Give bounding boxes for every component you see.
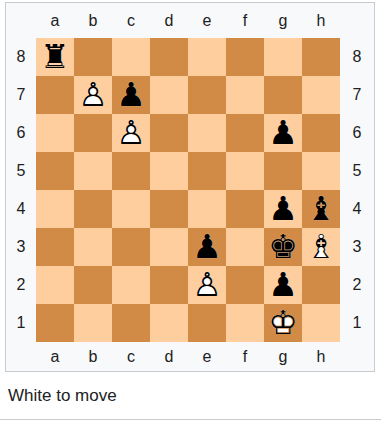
square-d2 <box>150 266 188 304</box>
square-c4 <box>112 190 150 228</box>
rank-label-8: 8 <box>6 38 36 76</box>
square-h3: ♝♗ <box>302 228 340 266</box>
corner-bottom-left <box>6 342 36 371</box>
square-h2 <box>302 266 340 304</box>
rank-label-1: 1 <box>6 304 36 342</box>
square-e6 <box>188 114 226 152</box>
square-a3 <box>36 228 74 266</box>
rank-label-6: 6 <box>6 114 36 152</box>
square-h1 <box>302 304 340 342</box>
square-e8 <box>188 38 226 76</box>
square-e5 <box>188 152 226 190</box>
bottom-divider <box>0 419 381 420</box>
square-b7: ♟♙ <box>74 76 112 114</box>
page: abcdefgh 87654321 ♜♟♙♟♟♙♟♟♝♟♚♝♗♟♙♟♚♔ 876… <box>0 0 381 424</box>
black-pawn-g4: ♟ <box>264 190 302 228</box>
square-g8 <box>264 38 302 76</box>
file-labels-bottom: abcdefgh <box>36 342 340 371</box>
square-g4: ♟ <box>264 190 302 228</box>
white-bishop-h3: ♝♗ <box>302 228 340 266</box>
square-a7 <box>36 76 74 114</box>
square-f2 <box>226 266 264 304</box>
file-label-f: f <box>226 3 264 38</box>
square-c1 <box>112 304 150 342</box>
black-pawn-e3: ♟ <box>188 228 226 266</box>
square-g5 <box>264 152 302 190</box>
square-d5 <box>150 152 188 190</box>
file-label-a: a <box>36 3 74 38</box>
square-d4 <box>150 190 188 228</box>
piece-glyph: ♙ <box>188 266 226 304</box>
file-labels-top: abcdefgh <box>36 3 340 38</box>
black-pawn-c7: ♟ <box>112 76 150 114</box>
square-a2 <box>36 266 74 304</box>
square-b2 <box>74 266 112 304</box>
square-e7 <box>188 76 226 114</box>
square-g3: ♚ <box>264 228 302 266</box>
square-c6: ♟♙ <box>112 114 150 152</box>
file-label-e: e <box>188 3 226 38</box>
square-b1 <box>74 304 112 342</box>
square-b5 <box>74 152 112 190</box>
piece-glyph: ♟ <box>188 228 226 266</box>
piece-glyph: ♟ <box>264 190 302 228</box>
black-rook-a8: ♜ <box>36 38 74 76</box>
square-e2: ♟♙ <box>188 266 226 304</box>
square-c5 <box>112 152 150 190</box>
square-c7: ♟ <box>112 76 150 114</box>
rank-labels-right: 87654321 <box>340 38 374 342</box>
square-c2 <box>112 266 150 304</box>
file-label-b: b <box>74 342 112 371</box>
file-label-a: a <box>36 342 74 371</box>
square-d6 <box>150 114 188 152</box>
square-d3 <box>150 228 188 266</box>
square-f3 <box>226 228 264 266</box>
black-king-g3: ♚ <box>264 228 302 266</box>
piece-glyph: ♟ <box>264 266 302 304</box>
piece-glyph: ♗ <box>302 228 340 266</box>
white-pawn-b7: ♟♙ <box>74 76 112 114</box>
corner-top-right <box>340 3 374 38</box>
white-pawn-c6: ♟♙ <box>112 114 150 152</box>
file-label-h: h <box>302 342 340 371</box>
square-a1 <box>36 304 74 342</box>
file-label-f: f <box>226 342 264 371</box>
square-d7 <box>150 76 188 114</box>
square-a5 <box>36 152 74 190</box>
black-pawn-g6: ♟ <box>264 114 302 152</box>
square-f8 <box>226 38 264 76</box>
file-label-b: b <box>74 3 112 38</box>
square-d8 <box>150 38 188 76</box>
square-a4 <box>36 190 74 228</box>
square-d1 <box>150 304 188 342</box>
file-label-c: c <box>112 342 150 371</box>
piece-glyph: ♜ <box>36 38 74 76</box>
square-b4 <box>74 190 112 228</box>
rank-label-4: 4 <box>340 190 374 228</box>
square-e4 <box>188 190 226 228</box>
square-f6 <box>226 114 264 152</box>
rank-label-4: 4 <box>6 190 36 228</box>
rank-label-7: 7 <box>340 76 374 114</box>
square-e1 <box>188 304 226 342</box>
rank-label-8: 8 <box>340 38 374 76</box>
square-f5 <box>226 152 264 190</box>
corner-top-left <box>6 3 36 38</box>
rank-label-1: 1 <box>340 304 374 342</box>
rank-label-6: 6 <box>340 114 374 152</box>
piece-glyph: ♙ <box>74 76 112 114</box>
square-h7 <box>302 76 340 114</box>
rank-label-7: 7 <box>6 76 36 114</box>
rank-label-2: 2 <box>340 266 374 304</box>
square-h6 <box>302 114 340 152</box>
file-label-e: e <box>188 342 226 371</box>
white-king-g1: ♚♔ <box>264 304 302 342</box>
rank-label-3: 3 <box>6 228 36 266</box>
rank-label-2: 2 <box>6 266 36 304</box>
file-label-d: d <box>150 3 188 38</box>
square-b6 <box>74 114 112 152</box>
piece-glyph: ♟ <box>264 114 302 152</box>
chess-diagram: abcdefgh 87654321 ♜♟♙♟♟♙♟♟♝♟♚♝♗♟♙♟♚♔ 876… <box>5 2 375 372</box>
square-f1 <box>226 304 264 342</box>
square-h4: ♝ <box>302 190 340 228</box>
square-c8 <box>112 38 150 76</box>
square-e3: ♟ <box>188 228 226 266</box>
caption: White to move <box>8 386 117 405</box>
square-g6: ♟ <box>264 114 302 152</box>
file-label-d: d <box>150 342 188 371</box>
square-g2: ♟ <box>264 266 302 304</box>
file-label-h: h <box>302 3 340 38</box>
rank-label-5: 5 <box>6 152 36 190</box>
file-label-c: c <box>112 3 150 38</box>
piece-glyph: ♙ <box>112 114 150 152</box>
square-f4 <box>226 190 264 228</box>
black-bishop-h4: ♝ <box>302 190 340 228</box>
piece-glyph: ♚ <box>264 228 302 266</box>
piece-glyph: ♟ <box>112 76 150 114</box>
corner-bottom-right <box>340 342 374 371</box>
square-b3 <box>74 228 112 266</box>
square-f7 <box>226 76 264 114</box>
square-b8 <box>74 38 112 76</box>
chess-board: ♜♟♙♟♟♙♟♟♝♟♚♝♗♟♙♟♚♔ <box>36 38 340 342</box>
piece-glyph: ♝ <box>302 190 340 228</box>
black-pawn-g2: ♟ <box>264 266 302 304</box>
rank-label-3: 3 <box>340 228 374 266</box>
file-label-g: g <box>264 3 302 38</box>
white-pawn-e2: ♟♙ <box>188 266 226 304</box>
square-a8: ♜ <box>36 38 74 76</box>
square-g1: ♚♔ <box>264 304 302 342</box>
file-label-g: g <box>264 342 302 371</box>
square-a6 <box>36 114 74 152</box>
square-h8 <box>302 38 340 76</box>
rank-labels-left: 87654321 <box>6 38 36 342</box>
piece-glyph: ♔ <box>264 304 302 342</box>
rank-label-5: 5 <box>340 152 374 190</box>
square-g7 <box>264 76 302 114</box>
square-c3 <box>112 228 150 266</box>
square-h5 <box>302 152 340 190</box>
